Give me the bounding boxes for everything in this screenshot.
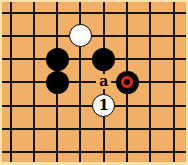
go-board-diagram: 1a (0, 0, 188, 165)
black-stone (92, 48, 115, 71)
black-stone (46, 71, 69, 94)
grid-line-horizontal (2, 81, 186, 83)
grid-line-horizontal (2, 12, 186, 14)
grid-line-horizontal (2, 151, 186, 153)
black-stone (46, 48, 69, 71)
circle-marked-black-stone (116, 71, 139, 94)
grid-line-horizontal (2, 35, 186, 37)
red-circle-mark (121, 76, 133, 88)
grid-line-horizontal (2, 128, 186, 130)
move-number-label: 1 (99, 98, 109, 113)
point-label-a: a (96, 74, 111, 89)
